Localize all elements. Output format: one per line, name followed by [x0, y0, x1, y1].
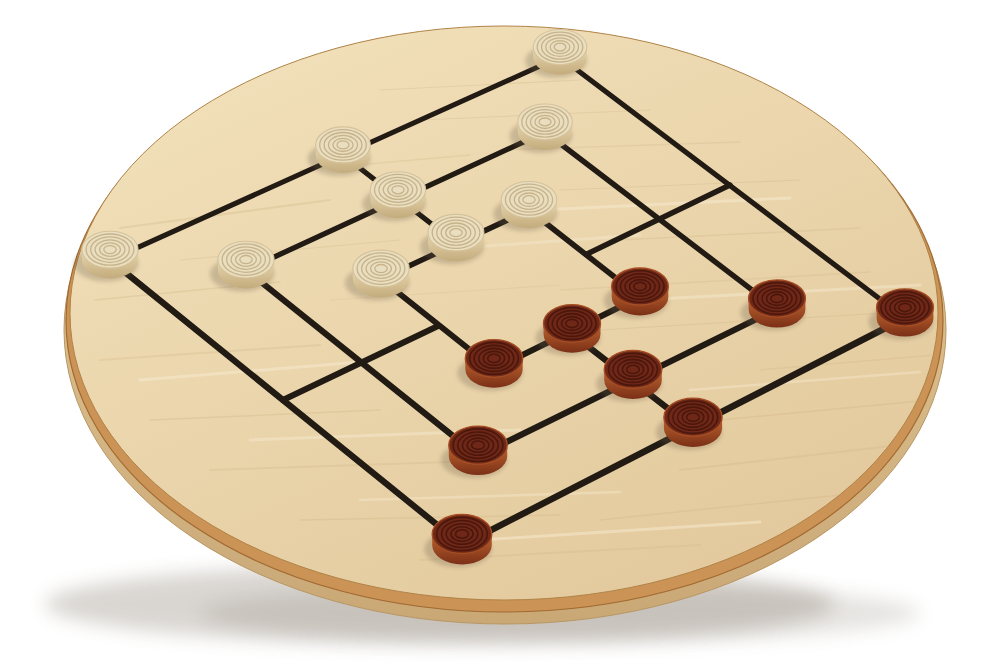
empty-point-d1[interactable]	[270, 387, 296, 413]
empty-point-d7[interactable]	[717, 172, 743, 198]
empty-point-d2[interactable]	[348, 349, 374, 375]
empty-point-d3[interactable]	[425, 313, 451, 339]
empty-point-d5[interactable]	[574, 241, 600, 267]
board-photo	[0, 0, 1000, 666]
empty-point-d6[interactable]	[646, 206, 672, 232]
nine-mens-morris-scene	[0, 0, 1000, 666]
board-surface	[70, 26, 938, 600]
